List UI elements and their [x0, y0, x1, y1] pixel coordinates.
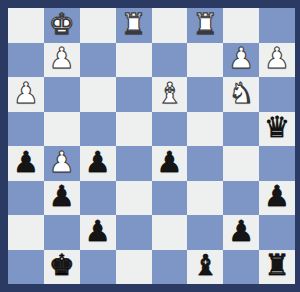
black-queen: ♛	[264, 113, 290, 142]
square-e5[interactable]	[152, 112, 188, 147]
square-g3[interactable]	[223, 181, 259, 216]
square-c4[interactable]: ♟	[80, 146, 116, 181]
square-f3[interactable]	[187, 181, 223, 216]
square-g6[interactable]: ♞	[223, 77, 259, 112]
square-b8[interactable]: ♚	[44, 8, 80, 43]
square-a6[interactable]: ♟	[8, 77, 44, 112]
white-knight: ♞	[228, 79, 254, 108]
square-b6[interactable]	[44, 77, 80, 112]
square-f6[interactable]	[187, 77, 223, 112]
square-g1[interactable]	[223, 250, 259, 285]
black-pawn: ♟	[49, 182, 75, 211]
square-a4[interactable]: ♟	[8, 146, 44, 181]
square-b3[interactable]: ♟	[44, 181, 80, 216]
square-c2[interactable]: ♟	[80, 215, 116, 250]
square-e2[interactable]	[152, 215, 188, 250]
square-g2[interactable]: ♟	[223, 215, 259, 250]
square-e3[interactable]	[152, 181, 188, 216]
square-f8[interactable]: ♜	[187, 8, 223, 43]
square-f2[interactable]	[187, 215, 223, 250]
square-g7[interactable]: ♟	[223, 43, 259, 78]
square-a7[interactable]	[8, 43, 44, 78]
chess-board-frame: ♚♜♜♟♟♟♟♝♞♛♟♟♟♟♟♟♟♟♚♝♜	[0, 0, 300, 292]
chess-board: ♚♜♜♟♟♟♟♝♞♛♟♟♟♟♟♟♟♟♚♝♜	[8, 8, 295, 284]
square-f7[interactable]	[187, 43, 223, 78]
square-d8[interactable]: ♜	[116, 8, 152, 43]
square-a3[interactable]	[8, 181, 44, 216]
square-e8[interactable]	[152, 8, 188, 43]
black-pawn: ♟	[85, 217, 111, 246]
square-b5[interactable]	[44, 112, 80, 147]
square-a2[interactable]	[8, 215, 44, 250]
white-pawn: ♟	[228, 44, 254, 73]
square-f5[interactable]	[187, 112, 223, 147]
square-e4[interactable]: ♟	[152, 146, 188, 181]
square-b4[interactable]: ♟	[44, 146, 80, 181]
square-h3[interactable]: ♟	[259, 181, 295, 216]
square-b2[interactable]	[44, 215, 80, 250]
square-d4[interactable]	[116, 146, 152, 181]
square-h4[interactable]	[259, 146, 295, 181]
white-pawn: ♟	[49, 44, 75, 73]
white-rook: ♜	[121, 10, 147, 39]
square-d5[interactable]	[116, 112, 152, 147]
square-h8[interactable]	[259, 8, 295, 43]
square-c5[interactable]	[80, 112, 116, 147]
square-g5[interactable]	[223, 112, 259, 147]
square-f4[interactable]	[187, 146, 223, 181]
square-b1[interactable]: ♚	[44, 250, 80, 285]
black-rook: ♜	[264, 251, 290, 280]
black-bishop: ♝	[192, 251, 218, 280]
square-h7[interactable]: ♟	[259, 43, 295, 78]
square-h2[interactable]	[259, 215, 295, 250]
white-bishop: ♝	[156, 79, 182, 108]
square-c8[interactable]	[80, 8, 116, 43]
white-king: ♚	[49, 10, 75, 39]
square-a5[interactable]	[8, 112, 44, 147]
square-h5[interactable]: ♛	[259, 112, 295, 147]
white-pawn: ♟	[264, 44, 290, 73]
square-a8[interactable]	[8, 8, 44, 43]
square-e7[interactable]	[152, 43, 188, 78]
square-g8[interactable]	[223, 8, 259, 43]
square-c7[interactable]	[80, 43, 116, 78]
white-rook: ♜	[192, 10, 218, 39]
black-pawn: ♟	[156, 148, 182, 177]
square-e6[interactable]: ♝	[152, 77, 188, 112]
black-pawn: ♟	[13, 148, 39, 177]
square-b7[interactable]: ♟	[44, 43, 80, 78]
black-pawn: ♟	[85, 148, 111, 177]
square-d2[interactable]	[116, 215, 152, 250]
white-pawn: ♟	[13, 79, 39, 108]
square-e1[interactable]	[152, 250, 188, 285]
black-pawn: ♟	[264, 182, 290, 211]
square-d3[interactable]	[116, 181, 152, 216]
square-d1[interactable]	[116, 250, 152, 285]
square-h6[interactable]	[259, 77, 295, 112]
black-king: ♚	[49, 251, 75, 280]
square-f1[interactable]: ♝	[187, 250, 223, 285]
square-a1[interactable]	[8, 250, 44, 285]
black-pawn: ♟	[228, 217, 254, 246]
square-g4[interactable]	[223, 146, 259, 181]
square-d7[interactable]	[116, 43, 152, 78]
square-d6[interactable]	[116, 77, 152, 112]
square-c3[interactable]	[80, 181, 116, 216]
square-h1[interactable]: ♜	[259, 250, 295, 285]
white-pawn: ♟	[49, 148, 75, 177]
square-c6[interactable]	[80, 77, 116, 112]
square-c1[interactable]	[80, 250, 116, 285]
